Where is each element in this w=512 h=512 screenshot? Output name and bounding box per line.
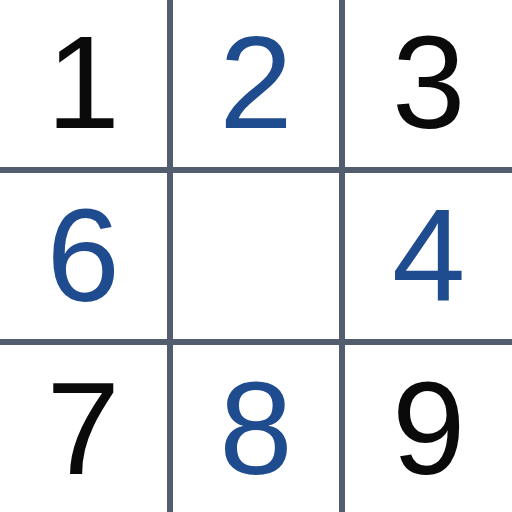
cell-r3c3[interactable]: 9 bbox=[345, 345, 512, 512]
cell-digit: 4 bbox=[392, 190, 465, 322]
cell-r3c1[interactable]: 7 bbox=[0, 345, 167, 512]
cell-digit: 9 bbox=[392, 363, 465, 495]
cell-digit: 3 bbox=[392, 17, 465, 149]
cell-r1c3[interactable]: 3 bbox=[345, 0, 512, 167]
cell-r2c1[interactable]: 6 bbox=[0, 173, 167, 340]
cell-digit: 2 bbox=[219, 17, 292, 149]
cell-digit: 8 bbox=[219, 363, 292, 495]
cell-digit: 1 bbox=[47, 17, 120, 149]
sudoku-board: 1 2 3 6 4 7 8 9 bbox=[0, 0, 512, 512]
cell-digit: 6 bbox=[47, 190, 120, 322]
cell-r3c2[interactable]: 8 bbox=[173, 345, 340, 512]
cell-r1c1[interactable]: 1 bbox=[0, 0, 167, 167]
cell-r2c2[interactable] bbox=[173, 173, 340, 340]
cell-digit: 7 bbox=[47, 363, 120, 495]
cell-r2c3[interactable]: 4 bbox=[345, 173, 512, 340]
cell-r1c2[interactable]: 2 bbox=[173, 0, 340, 167]
